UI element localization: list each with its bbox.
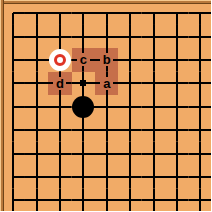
board-intersection [25,118,48,141]
board-intersection [48,118,71,141]
highlight-square: a [95,72,118,95]
board-intersection [25,72,48,95]
black-stone [72,96,94,118]
board-intersection [165,189,188,211]
board-intersection [72,142,95,165]
board-intersection [118,95,141,118]
board-intersection [95,95,118,118]
board-intersection [25,165,48,188]
highlight-square: c [72,48,95,71]
board-intersection [189,25,211,48]
board-intersection [48,142,71,165]
board-intersection [118,142,141,165]
point-label-d: d [53,77,66,90]
board-intersection [95,165,118,188]
board-intersection [2,48,25,71]
board-intersection [72,118,95,141]
board-intersection [72,189,95,211]
board-intersection [2,189,25,211]
highlight-square: b [95,48,118,71]
board-intersection [142,165,165,188]
board-intersection [2,2,25,25]
board-intersection [189,72,211,95]
board-intersection [118,48,141,71]
board-intersection [189,95,211,118]
board-frame-top-edge [0,0,211,4]
red-circle-mark-icon [54,54,66,66]
board-intersection [72,95,95,118]
board-intersection [25,48,48,71]
board-intersection [165,142,188,165]
board-intersection [48,189,71,211]
board-frame-left-edge [0,0,4,211]
board-intersection [165,48,188,71]
board-intersection [142,2,165,25]
board-intersection [118,165,141,188]
board-intersection [189,142,211,165]
board-intersection [189,48,211,71]
board-intersection [95,25,118,48]
board-intersection [2,72,25,95]
board-intersection [118,118,141,141]
point-label-a: a [100,77,113,90]
board-intersection [165,118,188,141]
board-intersection [165,25,188,48]
board-intersection [2,25,25,48]
board-intersection [72,25,95,48]
highlight-square: d [48,72,71,95]
board-intersection [142,118,165,141]
board-intersection [48,95,71,118]
board-intersection [48,48,71,71]
board-intersection [165,72,188,95]
board-intersection [25,189,48,211]
board-intersection [142,72,165,95]
board-intersection [2,118,25,141]
board-intersection [25,95,48,118]
board-intersection [189,118,211,141]
board-intersection [48,25,71,48]
board-intersection [72,72,95,95]
board-intersection [165,165,188,188]
board-intersection [2,95,25,118]
board-intersection [2,165,25,188]
go-grid: cbda [2,2,212,212]
board-intersection [72,165,95,188]
board-intersection [72,2,95,25]
board-intersection [189,2,211,25]
board-intersection [25,2,48,25]
point-label-b: b [100,53,113,66]
board-intersection [165,95,188,118]
board-intersection [142,189,165,211]
star-point [80,80,86,86]
board-intersection [142,142,165,165]
board-intersection [189,189,211,211]
board-intersection [189,165,211,188]
board-intersection [95,118,118,141]
board-intersection [165,2,188,25]
board-intersection [48,165,71,188]
board-intersection [25,142,48,165]
board-intersection [25,25,48,48]
board-intersection [118,25,141,48]
board-intersection [118,189,141,211]
go-board: cbda [0,0,211,211]
board-intersection [142,48,165,71]
point-label-c: c [77,53,90,66]
board-intersection [118,72,141,95]
white-stone [49,49,71,71]
board-intersection [142,25,165,48]
board-intersection [95,2,118,25]
board-intersection [48,2,71,25]
board-intersection [142,95,165,118]
board-intersection [2,142,25,165]
board-intersection [95,142,118,165]
board-intersection [95,189,118,211]
board-intersection [118,2,141,25]
